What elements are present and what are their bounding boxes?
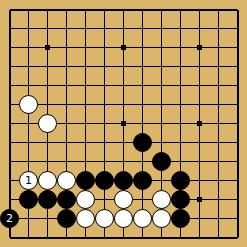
board-intersection[interactable]	[190, 114, 209, 133]
board-intersection[interactable]	[57, 190, 76, 209]
board-intersection[interactable]	[0, 0, 19, 19]
board-intersection[interactable]	[95, 76, 114, 95]
board-intersection[interactable]	[171, 171, 190, 190]
board-intersection[interactable]	[133, 38, 152, 57]
board-intersection[interactable]	[76, 114, 95, 133]
board-intersection[interactable]	[228, 228, 247, 247]
board-intersection[interactable]	[57, 133, 76, 152]
board-intersection[interactable]	[76, 0, 95, 19]
board-intersection[interactable]	[38, 209, 57, 228]
board-intersection[interactable]	[228, 19, 247, 38]
board-intersection[interactable]	[95, 38, 114, 57]
board-intersection[interactable]	[133, 190, 152, 209]
board-intersection[interactable]	[19, 95, 38, 114]
board-intersection[interactable]	[133, 19, 152, 38]
board-intersection[interactable]	[190, 95, 209, 114]
go-board: 12	[0, 0, 247, 247]
black-stone: 2	[0, 209, 19, 228]
board-intersection[interactable]	[38, 171, 57, 190]
board-intersection[interactable]	[38, 57, 57, 76]
board-intersection[interactable]	[76, 57, 95, 76]
board-intersection[interactable]	[209, 152, 228, 171]
board-intersection[interactable]	[190, 171, 209, 190]
board-intersection[interactable]	[0, 228, 19, 247]
white-stone	[38, 114, 57, 133]
board-intersection[interactable]	[209, 38, 228, 57]
board-intersection[interactable]	[209, 171, 228, 190]
board-intersection[interactable]	[0, 190, 19, 209]
board-intersection[interactable]	[76, 95, 95, 114]
board-intersection[interactable]	[76, 152, 95, 171]
white-stone	[152, 209, 171, 228]
black-stone	[171, 209, 190, 228]
board-intersection[interactable]	[38, 38, 57, 57]
board-intersection[interactable]	[38, 190, 57, 209]
white-stone	[19, 95, 38, 114]
board-intersection[interactable]	[95, 209, 114, 228]
black-stone	[19, 190, 38, 209]
board-intersection[interactable]	[152, 133, 171, 152]
board-intersection[interactable]	[133, 133, 152, 152]
black-stone	[171, 171, 190, 190]
board-intersection[interactable]	[114, 152, 133, 171]
black-stone	[171, 190, 190, 209]
board-intersection[interactable]	[152, 57, 171, 76]
board-intersection[interactable]	[57, 19, 76, 38]
board-intersection[interactable]	[95, 171, 114, 190]
board-intersection[interactable]: 1	[19, 171, 38, 190]
board-intersection[interactable]	[152, 19, 171, 38]
board-intersection[interactable]	[190, 152, 209, 171]
board-intersection[interactable]	[114, 38, 133, 57]
board-intersection[interactable]	[190, 19, 209, 38]
board-intersection[interactable]	[190, 38, 209, 57]
board-intersection[interactable]	[95, 19, 114, 38]
black-stone	[57, 209, 76, 228]
board-intersection[interactable]	[57, 76, 76, 95]
board-intersection[interactable]	[228, 152, 247, 171]
board-intersection[interactable]	[76, 228, 95, 247]
board-intersection[interactable]	[19, 152, 38, 171]
white-stone	[76, 209, 95, 228]
board-intersection[interactable]	[114, 95, 133, 114]
board-intersection[interactable]	[38, 152, 57, 171]
black-stone	[152, 152, 171, 171]
board-intersection[interactable]	[95, 152, 114, 171]
white-stone	[57, 171, 76, 190]
board-intersection[interactable]	[228, 133, 247, 152]
board-intersection[interactable]	[133, 95, 152, 114]
board-intersection[interactable]	[133, 114, 152, 133]
board-intersection[interactable]	[76, 171, 95, 190]
board-intersection[interactable]	[57, 57, 76, 76]
board-intersection[interactable]	[209, 228, 228, 247]
black-stone	[133, 133, 152, 152]
board-intersection[interactable]	[171, 38, 190, 57]
board-intersection[interactable]	[95, 0, 114, 19]
board-intersection[interactable]	[133, 228, 152, 247]
board-intersection[interactable]	[209, 95, 228, 114]
black-stone	[57, 190, 76, 209]
board-intersection[interactable]	[0, 95, 19, 114]
board-intersection[interactable]	[152, 114, 171, 133]
white-stone	[76, 190, 95, 209]
board-intersection[interactable]	[133, 209, 152, 228]
board-intersection[interactable]	[209, 76, 228, 95]
board-intersection[interactable]	[114, 0, 133, 19]
board-intersection[interactable]	[114, 76, 133, 95]
board-intersection[interactable]	[114, 19, 133, 38]
board-intersection[interactable]	[228, 95, 247, 114]
board-intersection[interactable]	[152, 209, 171, 228]
board-intersection[interactable]	[228, 76, 247, 95]
board-intersection[interactable]	[19, 209, 38, 228]
white-stone	[38, 171, 57, 190]
board-intersection[interactable]	[209, 190, 228, 209]
board-intersection[interactable]	[133, 57, 152, 76]
board-intersection[interactable]	[171, 0, 190, 19]
board-intersection[interactable]	[57, 114, 76, 133]
board-intersection[interactable]	[95, 133, 114, 152]
white-stone: 1	[19, 171, 38, 190]
board-intersection[interactable]	[152, 95, 171, 114]
board-intersection[interactable]	[171, 95, 190, 114]
board-intersection[interactable]	[114, 190, 133, 209]
board-intersection[interactable]	[19, 114, 38, 133]
board-intersection[interactable]	[152, 76, 171, 95]
board-intersection[interactable]	[209, 209, 228, 228]
board-intersection[interactable]	[133, 76, 152, 95]
board-intersection[interactable]	[95, 57, 114, 76]
board-intersection[interactable]	[114, 114, 133, 133]
white-stone	[114, 190, 133, 209]
board-intersection[interactable]	[190, 228, 209, 247]
board-intersection[interactable]	[152, 228, 171, 247]
board-intersection[interactable]	[171, 209, 190, 228]
board-intersection[interactable]	[19, 19, 38, 38]
board-intersection[interactable]	[171, 152, 190, 171]
board-intersection[interactable]	[38, 95, 57, 114]
board-intersection[interactable]	[190, 57, 209, 76]
board-intersection[interactable]	[133, 171, 152, 190]
board-intersection[interactable]	[114, 228, 133, 247]
board-intersection[interactable]	[209, 19, 228, 38]
board-intersection[interactable]	[114, 133, 133, 152]
board-intersection[interactable]	[76, 133, 95, 152]
board-intersection[interactable]	[228, 171, 247, 190]
black-stone	[133, 171, 152, 190]
board-intersection[interactable]	[38, 76, 57, 95]
board-intersection[interactable]	[19, 57, 38, 76]
board-intersection[interactable]	[133, 0, 152, 19]
board-intersection[interactable]	[57, 171, 76, 190]
move-number-label: 2	[1, 210, 18, 227]
board-intersection[interactable]	[19, 228, 38, 247]
board-intersection[interactable]	[76, 209, 95, 228]
board-intersection[interactable]	[171, 133, 190, 152]
board-intersection[interactable]: 2	[0, 209, 19, 228]
white-stone	[95, 209, 114, 228]
board-intersection[interactable]	[152, 152, 171, 171]
board-intersection[interactable]	[95, 114, 114, 133]
board-intersection[interactable]	[57, 228, 76, 247]
board-intersection[interactable]	[76, 38, 95, 57]
board-intersection[interactable]	[0, 133, 19, 152]
board-intersection[interactable]	[114, 171, 133, 190]
white-stone	[114, 209, 133, 228]
board-intersection[interactable]	[95, 228, 114, 247]
board-intersection[interactable]	[0, 76, 19, 95]
black-stone	[38, 190, 57, 209]
board-intersection[interactable]	[171, 57, 190, 76]
board-intersection[interactable]	[171, 76, 190, 95]
board-intersection[interactable]	[76, 76, 95, 95]
board-intersection[interactable]	[38, 133, 57, 152]
board-intersection[interactable]	[228, 57, 247, 76]
board-intersection[interactable]	[0, 19, 19, 38]
board-intersection[interactable]	[57, 38, 76, 57]
board-intersection[interactable]	[38, 19, 57, 38]
board-intersection[interactable]	[209, 133, 228, 152]
board-intersection[interactable]	[228, 38, 247, 57]
board-intersection[interactable]	[76, 19, 95, 38]
board-intersection[interactable]	[19, 38, 38, 57]
board-intersection[interactable]	[95, 190, 114, 209]
board-intersection[interactable]	[209, 0, 228, 19]
white-stone	[133, 209, 152, 228]
board-intersection[interactable]	[171, 19, 190, 38]
board-intersection[interactable]	[190, 133, 209, 152]
board-intersection[interactable]	[38, 114, 57, 133]
board-intersection[interactable]	[190, 209, 209, 228]
board-intersection[interactable]	[114, 57, 133, 76]
board-intersection[interactable]	[190, 0, 209, 19]
board-intersection[interactable]	[152, 0, 171, 19]
board-intersection[interactable]	[0, 114, 19, 133]
board-intersection[interactable]	[19, 133, 38, 152]
black-stone	[76, 171, 95, 190]
board-intersection[interactable]	[171, 190, 190, 209]
board-intersection[interactable]	[0, 38, 19, 57]
board-intersection[interactable]	[57, 95, 76, 114]
black-stone	[95, 171, 114, 190]
board-intersection[interactable]	[190, 190, 209, 209]
board-intersection[interactable]	[76, 190, 95, 209]
go-diagram-screenshot: 12	[0, 0, 247, 247]
board-intersection[interactable]	[19, 0, 38, 19]
board-intersection[interactable]	[19, 76, 38, 95]
white-stone	[152, 190, 171, 209]
board-intersection[interactable]	[171, 228, 190, 247]
board-intersection[interactable]	[95, 95, 114, 114]
board-intersection[interactable]	[209, 57, 228, 76]
board-intersection[interactable]	[152, 171, 171, 190]
board-intersection[interactable]	[228, 0, 247, 19]
board-intersection[interactable]	[0, 57, 19, 76]
board-intersection[interactable]	[171, 114, 190, 133]
board-intersection[interactable]	[228, 190, 247, 209]
board-intersection[interactable]	[228, 209, 247, 228]
black-stone	[114, 171, 133, 190]
board-intersection[interactable]	[38, 0, 57, 19]
board-intersection[interactable]	[152, 38, 171, 57]
move-number-label: 1	[20, 172, 37, 189]
board-intersection[interactable]	[0, 152, 19, 171]
board-intersection[interactable]	[0, 171, 19, 190]
board-intersection[interactable]	[209, 114, 228, 133]
board-intersection[interactable]	[19, 190, 38, 209]
board-intersection[interactable]	[38, 228, 57, 247]
board-intersection[interactable]	[152, 190, 171, 209]
board-intersection[interactable]	[133, 152, 152, 171]
board-intersection[interactable]	[57, 152, 76, 171]
board-intersection[interactable]	[228, 114, 247, 133]
board-intersection[interactable]	[57, 0, 76, 19]
board-intersection[interactable]	[190, 76, 209, 95]
board-intersection[interactable]	[57, 209, 76, 228]
board-intersection[interactable]	[114, 209, 133, 228]
